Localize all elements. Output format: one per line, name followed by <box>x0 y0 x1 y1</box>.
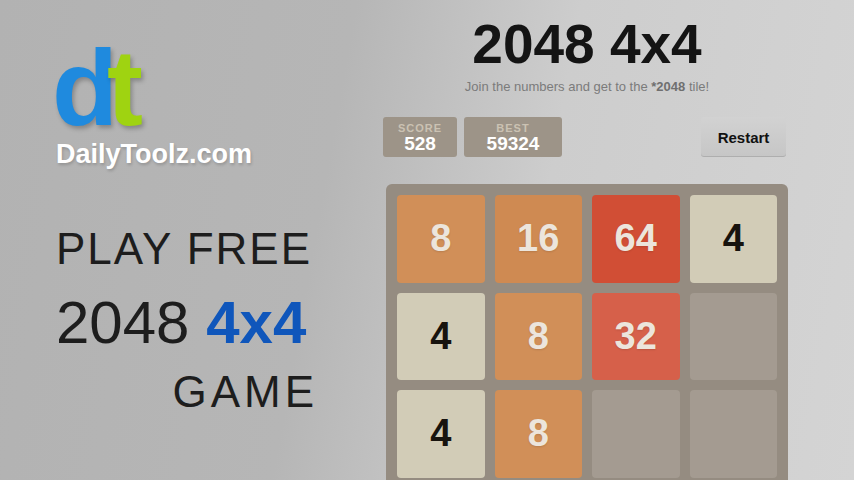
promo-play-free: PLAY FREE <box>56 224 318 274</box>
tile-8: 8 <box>495 390 583 478</box>
board-grid[interactable]: 816644483248 <box>386 184 788 480</box>
game-subtitle: Join the numbers and get to the *2048 ti… <box>337 79 837 94</box>
best-box: BEST 59324 <box>464 117 562 157</box>
restart-button[interactable]: Restart <box>701 117 786 157</box>
logo-letter-d: d <box>52 27 107 148</box>
logo-letter-t: t <box>107 27 132 148</box>
site-name: DailyToolz.com <box>56 139 252 170</box>
empty-cell <box>592 390 680 478</box>
promo-text: PLAY FREE 2048 4x4 GAME <box>56 224 318 417</box>
tile-64: 64 <box>592 195 680 283</box>
subtitle-suffix: tile! <box>685 79 709 94</box>
dailytoolz-logo: dt <box>52 34 132 142</box>
tile-4: 4 <box>690 195 778 283</box>
score-box: SCORE 528 <box>383 117 457 157</box>
page: dt DailyToolz.com PLAY FREE 2048 4x4 GAM… <box>0 0 854 480</box>
tile-32: 32 <box>592 293 680 381</box>
tile-8: 8 <box>495 293 583 381</box>
empty-cell <box>690 293 778 381</box>
tile-4: 4 <box>397 390 485 478</box>
best-value: 59324 <box>464 134 562 154</box>
score-value: 528 <box>383 134 457 154</box>
promo-2048-4x4: 2048 4x4 <box>56 288 318 357</box>
game-title: 2048 4x4 <box>387 12 787 76</box>
tile-4: 4 <box>397 293 485 381</box>
subtitle-goal: *2048 <box>651 79 685 94</box>
promo-2048: 2048 <box>56 289 189 356</box>
promo-4x4: 4x4 <box>206 289 306 356</box>
tile-8: 8 <box>397 195 485 283</box>
tile-16: 16 <box>495 195 583 283</box>
promo-game: GAME <box>56 367 318 417</box>
empty-cell <box>690 390 778 478</box>
subtitle-prefix: Join the numbers and get to the <box>465 79 651 94</box>
